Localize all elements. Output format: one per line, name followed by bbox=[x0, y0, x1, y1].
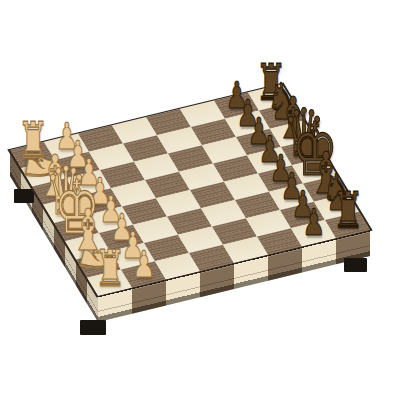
chess-set-photo: ♜♞♝♛♚♝♞♜♟♟♟♟♟♟♟♟♟♟♟♟♟♟♟♟♜♞♝♛♚♝♞♜ bbox=[0, 0, 400, 400]
box-foot-near bbox=[80, 320, 106, 335]
box-foot-left bbox=[14, 189, 34, 203]
box-foot-right bbox=[344, 258, 367, 272]
